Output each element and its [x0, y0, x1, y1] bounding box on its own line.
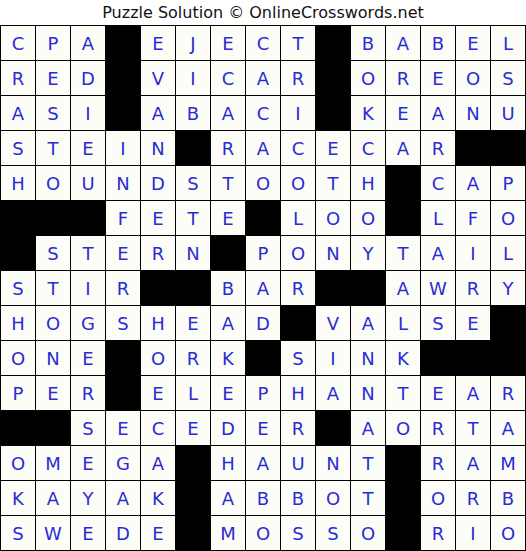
letter-cell: C	[351, 131, 386, 166]
letter-cell: A	[106, 481, 141, 516]
black-cell	[246, 341, 281, 376]
letter-cell: R	[456, 271, 491, 306]
letter-cell: L	[491, 236, 526, 271]
letter-cell: C	[246, 26, 281, 61]
black-cell	[456, 341, 491, 376]
letter-cell: E	[106, 411, 141, 446]
letter-cell: R	[211, 131, 246, 166]
letter-cell: G	[106, 446, 141, 481]
letter-cell: U	[71, 166, 106, 201]
black-cell	[491, 131, 526, 166]
letter-cell: E	[211, 201, 246, 236]
letter-cell: A	[1, 96, 36, 131]
letter-cell: E	[141, 26, 176, 61]
letter-cell: T	[351, 481, 386, 516]
letter-cell: T	[386, 376, 421, 411]
letter-cell: A	[421, 96, 456, 131]
letter-cell: I	[71, 96, 106, 131]
letter-cell: W	[36, 516, 71, 551]
letter-cell: A	[456, 446, 491, 481]
letter-cell: O	[141, 341, 176, 376]
letter-cell: E	[386, 96, 421, 131]
black-cell	[316, 411, 351, 446]
letter-cell: K	[386, 341, 421, 376]
letter-cell: S	[316, 516, 351, 551]
letter-cell: B	[211, 271, 246, 306]
letter-cell: B	[281, 481, 316, 516]
black-cell	[106, 26, 141, 61]
letter-cell: H	[351, 166, 386, 201]
black-cell	[106, 341, 141, 376]
letter-cell: I	[71, 271, 106, 306]
letter-cell: P	[246, 236, 281, 271]
letter-cell: E	[36, 376, 71, 411]
letter-cell: D	[71, 61, 106, 96]
letter-cell: E	[71, 341, 106, 376]
letter-cell: O	[36, 166, 71, 201]
letter-cell: T	[71, 236, 106, 271]
letter-cell: E	[71, 446, 106, 481]
letter-cell: O	[386, 411, 421, 446]
letter-cell: A	[141, 446, 176, 481]
letter-cell: T	[281, 26, 316, 61]
letter-cell: K	[141, 481, 176, 516]
letter-cell: A	[456, 376, 491, 411]
letter-cell: U	[281, 446, 316, 481]
letter-cell: N	[176, 236, 211, 271]
letter-cell: G	[71, 306, 106, 341]
letter-cell: N	[316, 236, 351, 271]
letter-cell: C	[141, 411, 176, 446]
letter-cell: K	[351, 96, 386, 131]
letter-cell: C	[211, 61, 246, 96]
letter-cell: T	[386, 236, 421, 271]
letter-cell: V	[141, 61, 176, 96]
letter-cell: B	[246, 481, 281, 516]
black-cell	[316, 96, 351, 131]
black-cell	[176, 446, 211, 481]
letter-cell: E	[71, 516, 106, 551]
letter-cell: T	[351, 446, 386, 481]
letter-cell: I	[176, 61, 211, 96]
letter-cell: R	[386, 61, 421, 96]
black-cell	[211, 236, 246, 271]
letter-cell: O	[281, 166, 316, 201]
letter-cell: N	[141, 131, 176, 166]
black-cell	[36, 411, 71, 446]
letter-cell: O	[421, 481, 456, 516]
letter-cell: E	[421, 376, 456, 411]
letter-cell: H	[281, 376, 316, 411]
black-cell	[1, 201, 36, 236]
letter-cell: S	[71, 411, 106, 446]
letter-cell: A	[316, 376, 351, 411]
letter-cell: A	[421, 236, 456, 271]
letter-cell: D	[141, 166, 176, 201]
letter-cell: L	[281, 201, 316, 236]
letter-cell: I	[106, 131, 141, 166]
letter-cell: S	[281, 516, 316, 551]
letter-cell: E	[456, 26, 491, 61]
letter-cell: D	[106, 516, 141, 551]
letter-cell: E	[176, 411, 211, 446]
black-cell	[386, 481, 421, 516]
letter-cell: A	[351, 306, 386, 341]
black-cell	[456, 131, 491, 166]
black-cell	[176, 481, 211, 516]
black-cell	[176, 131, 211, 166]
letter-cell: S	[421, 306, 456, 341]
letter-cell: R	[1, 61, 36, 96]
letter-cell: A	[491, 411, 526, 446]
letter-cell: E	[141, 516, 176, 551]
black-cell	[106, 96, 141, 131]
letter-cell: E	[421, 61, 456, 96]
letter-cell: O	[491, 516, 526, 551]
black-cell	[1, 236, 36, 271]
letter-cell: A	[246, 271, 281, 306]
letter-cell: H	[141, 306, 176, 341]
letter-cell: A	[246, 131, 281, 166]
black-cell	[176, 516, 211, 551]
letter-cell: B	[351, 26, 386, 61]
letter-cell: N	[106, 166, 141, 201]
black-cell	[316, 26, 351, 61]
letter-cell: J	[176, 26, 211, 61]
letter-cell: T	[176, 201, 211, 236]
black-cell	[421, 341, 456, 376]
letter-cell: P	[36, 26, 71, 61]
letter-cell: O	[36, 306, 71, 341]
letter-cell: E	[36, 61, 71, 96]
letter-cell: B	[421, 26, 456, 61]
letter-cell: S	[36, 96, 71, 131]
letter-cell: D	[246, 306, 281, 341]
black-cell	[491, 306, 526, 341]
letter-cell: R	[281, 411, 316, 446]
letter-cell: K	[1, 481, 36, 516]
letter-cell: R	[71, 376, 106, 411]
letter-cell: A	[246, 446, 281, 481]
letter-cell: H	[1, 166, 36, 201]
letter-cell: R	[281, 61, 316, 96]
letter-cell: T	[316, 166, 351, 201]
black-cell	[386, 516, 421, 551]
letter-cell: C	[246, 96, 281, 131]
black-cell	[106, 61, 141, 96]
puzzle-title: Puzzle Solution © OnlineCrosswords.net	[0, 0, 526, 25]
black-cell	[386, 201, 421, 236]
letter-cell: R	[421, 446, 456, 481]
letter-cell: V	[316, 306, 351, 341]
puzzle-page: Puzzle Solution © OnlineCrosswords.net C…	[0, 0, 526, 551]
letter-cell: A	[386, 26, 421, 61]
letter-cell: A	[456, 166, 491, 201]
letter-cell: L	[386, 306, 421, 341]
letter-cell: I	[281, 96, 316, 131]
letter-cell: R	[176, 341, 211, 376]
letter-cell: M	[211, 516, 246, 551]
letter-cell: R	[106, 271, 141, 306]
letter-cell: N	[456, 96, 491, 131]
letter-cell: A	[351, 411, 386, 446]
letter-cell: E	[141, 201, 176, 236]
letter-cell: E	[211, 376, 246, 411]
letter-cell: O	[351, 516, 386, 551]
letter-cell: S	[1, 516, 36, 551]
letter-cell: Y	[351, 236, 386, 271]
letter-cell: H	[1, 306, 36, 341]
letter-cell: T	[36, 131, 71, 166]
letter-cell: S	[1, 271, 36, 306]
letter-cell: T	[211, 166, 246, 201]
letter-cell: S	[176, 166, 211, 201]
letter-cell: A	[246, 61, 281, 96]
letter-cell: I	[456, 516, 491, 551]
letter-cell: H	[211, 446, 246, 481]
letter-cell: U	[491, 96, 526, 131]
black-cell	[141, 271, 176, 306]
letter-cell: E	[71, 131, 106, 166]
letter-cell: O	[456, 61, 491, 96]
black-cell	[351, 271, 386, 306]
letter-cell: M	[491, 446, 526, 481]
letter-cell: L	[421, 201, 456, 236]
letter-cell: R	[281, 271, 316, 306]
letter-cell: P	[491, 166, 526, 201]
letter-cell: E	[246, 411, 281, 446]
letter-cell: N	[36, 341, 71, 376]
black-cell	[106, 376, 141, 411]
letter-cell: P	[246, 376, 281, 411]
letter-cell: A	[386, 131, 421, 166]
crossword-grid: CPAEJECTBABELREDVICAROREOSASIABACIKEANUS…	[0, 25, 526, 551]
letter-cell: Y	[491, 271, 526, 306]
black-cell	[176, 271, 211, 306]
letter-cell: A	[211, 481, 246, 516]
black-cell	[246, 201, 281, 236]
letter-cell: L	[491, 26, 526, 61]
letter-cell: R	[456, 481, 491, 516]
letter-cell: B	[176, 96, 211, 131]
letter-cell: T	[456, 411, 491, 446]
letter-cell: C	[1, 26, 36, 61]
letter-cell: O	[281, 236, 316, 271]
letter-cell: R	[421, 516, 456, 551]
letter-cell: A	[211, 96, 246, 131]
letter-cell: S	[1, 131, 36, 166]
letter-cell: R	[491, 376, 526, 411]
letter-cell: E	[456, 306, 491, 341]
letter-cell: I	[316, 341, 351, 376]
letter-cell: O	[316, 481, 351, 516]
letter-cell: O	[491, 201, 526, 236]
letter-cell: E	[316, 131, 351, 166]
letter-cell: O	[316, 201, 351, 236]
letter-cell: K	[211, 341, 246, 376]
letter-cell: O	[246, 516, 281, 551]
letter-cell: Y	[71, 481, 106, 516]
letter-cell: E	[176, 306, 211, 341]
letter-cell: E	[106, 236, 141, 271]
letter-cell: S	[36, 236, 71, 271]
letter-cell: L	[176, 376, 211, 411]
black-cell	[386, 446, 421, 481]
letter-cell: O	[1, 341, 36, 376]
letter-cell: A	[211, 306, 246, 341]
black-cell	[36, 201, 71, 236]
letter-cell: T	[36, 271, 71, 306]
letter-cell: A	[36, 481, 71, 516]
letter-cell: A	[71, 26, 106, 61]
letter-cell: S	[281, 341, 316, 376]
letter-cell: N	[351, 341, 386, 376]
letter-cell: R	[421, 131, 456, 166]
letter-cell: N	[316, 446, 351, 481]
letter-cell: O	[351, 61, 386, 96]
letter-cell: R	[141, 236, 176, 271]
letter-cell: I	[456, 236, 491, 271]
black-cell	[281, 306, 316, 341]
letter-cell: M	[36, 446, 71, 481]
letter-cell: F	[456, 201, 491, 236]
black-cell	[386, 166, 421, 201]
letter-cell: A	[386, 271, 421, 306]
letter-cell: O	[246, 166, 281, 201]
letter-cell: E	[141, 376, 176, 411]
letter-cell: R	[421, 411, 456, 446]
black-cell	[1, 411, 36, 446]
black-cell	[71, 201, 106, 236]
black-cell	[316, 61, 351, 96]
letter-cell: E	[211, 26, 246, 61]
letter-cell: D	[211, 411, 246, 446]
letter-cell: C	[281, 131, 316, 166]
black-cell	[316, 271, 351, 306]
letter-cell: N	[351, 376, 386, 411]
letter-cell: S	[106, 306, 141, 341]
letter-cell: W	[421, 271, 456, 306]
letter-cell: S	[491, 61, 526, 96]
letter-cell: P	[1, 376, 36, 411]
letter-cell: A	[141, 96, 176, 131]
letter-cell: O	[1, 446, 36, 481]
letter-cell: O	[351, 201, 386, 236]
letter-cell: B	[491, 481, 526, 516]
black-cell	[491, 341, 526, 376]
letter-cell: C	[421, 166, 456, 201]
letter-cell: F	[106, 201, 141, 236]
